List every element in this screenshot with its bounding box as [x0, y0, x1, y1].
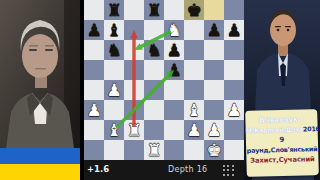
square-a3[interactable]: ♟: [84, 100, 104, 120]
piece-white-pawn-h3[interactable]: ♟: [226, 100, 241, 120]
ukraine-flag: [0, 148, 80, 180]
piece-white-knight-e7[interactable]: ♞: [166, 20, 181, 40]
square-b1[interactable]: [104, 140, 124, 160]
mouth: [35, 68, 46, 70]
left-eye: [277, 29, 280, 32]
piece-white-king-g1[interactable]: ♚: [206, 140, 221, 160]
square-a4[interactable]: [84, 80, 104, 100]
depth-indicator: Depth 16: [168, 165, 208, 174]
square-f8[interactable]: ♚: [184, 0, 204, 20]
face: [22, 34, 58, 78]
flag-blue-stripe: [0, 148, 80, 164]
square-d8[interactable]: ♜: [144, 0, 164, 20]
square-g1[interactable]: ♚: [204, 140, 224, 160]
square-g5[interactable]: [204, 60, 224, 80]
square-f4[interactable]: [184, 80, 204, 100]
piece-white-pawn-f2[interactable]: ♟: [186, 120, 201, 140]
square-c3[interactable]: [124, 100, 144, 120]
square-h3[interactable]: ♟: [224, 100, 244, 120]
square-g6[interactable]: [204, 40, 224, 60]
caption-note: В.Іванчук – М.Карлсен,Доха2016, 9 раунд,…: [245, 109, 319, 177]
piece-white-bishop-f3[interactable]: ♝: [186, 100, 201, 120]
piece-white-rook-c2[interactable]: ♜: [126, 120, 141, 140]
engine-bar: +1.6 Depth 16: [84, 160, 244, 180]
piece-black-knight-b6[interactable]: ♞: [106, 40, 121, 60]
square-e2[interactable]: [164, 120, 184, 140]
square-g7[interactable]: ♟: [204, 20, 224, 40]
square-d5[interactable]: [144, 60, 164, 80]
square-d3[interactable]: [144, 100, 164, 120]
piece-black-pawn-a7[interactable]: ♟: [86, 20, 101, 40]
square-h6[interactable]: [224, 40, 244, 60]
thumbnail-stage: ♜♜♚♟♝♞♟♟♞♞♟♟♟♟♝♟♝♜♟♟♜♚ +1.6 Depth 16: [0, 0, 320, 180]
left-eye: [29, 49, 37, 51]
piece-black-bishop-b7[interactable]: ♝: [106, 20, 121, 40]
piece-white-pawn-b4[interactable]: ♟: [106, 80, 121, 100]
square-c8[interactable]: [124, 0, 144, 20]
square-c4[interactable]: [124, 80, 144, 100]
square-c6[interactable]: [124, 40, 144, 60]
square-d6[interactable]: ♞: [144, 40, 164, 60]
ivanchuk-portrait-illustration: [0, 0, 80, 148]
piece-black-rook-b8[interactable]: ♜: [106, 0, 121, 20]
square-f7[interactable]: [184, 20, 204, 40]
square-h2[interactable]: [224, 120, 244, 140]
square-d2[interactable]: [144, 120, 164, 140]
square-f3[interactable]: ♝: [184, 100, 204, 120]
piece-black-knight-d6[interactable]: ♞: [146, 40, 161, 60]
square-e1[interactable]: [164, 140, 184, 160]
square-h4[interactable]: [224, 80, 244, 100]
square-b7[interactable]: ♝: [104, 20, 124, 40]
square-c7[interactable]: [124, 20, 144, 40]
square-c2[interactable]: ♜: [124, 120, 144, 140]
piece-white-bishop-b2[interactable]: ♝: [106, 120, 121, 140]
piece-white-pawn-g2[interactable]: ♟: [206, 120, 221, 140]
square-e6[interactable]: ♟: [164, 40, 184, 60]
square-h1[interactable]: [224, 140, 244, 160]
square-b3[interactable]: [104, 100, 124, 120]
square-f2[interactable]: ♟: [184, 120, 204, 140]
square-b8[interactable]: ♜: [104, 0, 124, 20]
piece-black-pawn-g7[interactable]: ♟: [206, 20, 221, 40]
chess-board: ♜♜♚♟♝♞♟♟♞♞♟♟♟♟♝♟♝♜♟♟♜♚: [84, 0, 244, 160]
eval-score: +1.6: [87, 164, 109, 174]
square-e7[interactable]: ♞: [164, 20, 184, 40]
square-g2[interactable]: ♟: [204, 120, 224, 140]
square-h5[interactable]: [224, 60, 244, 80]
square-e4[interactable]: [164, 80, 184, 100]
piece-white-rook-d1[interactable]: ♜: [146, 140, 161, 160]
player-photo-left: [0, 0, 80, 148]
square-a6[interactable]: [84, 40, 104, 60]
square-c1[interactable]: [124, 140, 144, 160]
square-a7[interactable]: ♟: [84, 20, 104, 40]
piece-black-king-f8[interactable]: ♚: [186, 0, 201, 20]
square-b2[interactable]: ♝: [104, 120, 124, 140]
square-h8[interactable]: [224, 0, 244, 20]
square-d4[interactable]: [144, 80, 164, 100]
grid-dots-icon[interactable]: [223, 165, 234, 176]
piece-black-pawn-e6[interactable]: ♟: [166, 40, 181, 60]
square-f5[interactable]: [184, 60, 204, 80]
piece-black-rook-d8[interactable]: ♜: [146, 0, 161, 20]
board-area: ♜♜♚♟♝♞♟♟♞♞♟♟♟♟♝♟♝♜♟♟♜♚: [84, 0, 244, 160]
square-a5[interactable]: [84, 60, 104, 80]
square-d1[interactable]: ♜: [144, 140, 164, 160]
square-c5[interactable]: [124, 60, 144, 80]
square-d7[interactable]: [144, 20, 164, 40]
square-g4[interactable]: [204, 80, 224, 100]
right-eye: [287, 29, 290, 32]
square-b6[interactable]: ♞: [104, 40, 124, 60]
square-a2[interactable]: [84, 120, 104, 140]
piece-black-pawn-h7[interactable]: ♟: [226, 20, 241, 40]
square-f1[interactable]: [184, 140, 204, 160]
square-a8[interactable]: [84, 0, 104, 20]
right-eye: [45, 49, 53, 51]
square-e5[interactable]: ♟: [164, 60, 184, 80]
square-g3[interactable]: [204, 100, 224, 120]
square-f6[interactable]: [184, 40, 204, 60]
square-h7[interactable]: ♟: [224, 20, 244, 40]
note-line-variation: Захист,Сучасний: [246, 154, 318, 166]
square-a1[interactable]: [84, 140, 104, 160]
piece-black-pawn-e5[interactable]: ♟: [166, 60, 181, 80]
square-e8[interactable]: [164, 0, 184, 20]
square-b4[interactable]: ♟: [104, 80, 124, 100]
flag-yellow-stripe: [0, 164, 80, 180]
piece-white-pawn-a3[interactable]: ♟: [86, 100, 101, 120]
square-b5[interactable]: [104, 60, 124, 80]
square-e3[interactable]: [164, 100, 184, 120]
square-g8[interactable]: [204, 0, 224, 20]
